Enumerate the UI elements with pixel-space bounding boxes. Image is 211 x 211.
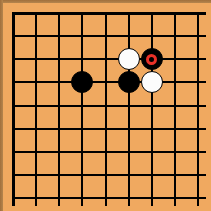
- board-edge-left: [0, 0, 3, 211]
- circle-marker-icon: [146, 54, 157, 65]
- grid-line-horizontal: [12, 174, 206, 176]
- grid-line-horizontal: [12, 128, 206, 130]
- grid-line-vertical: [128, 12, 130, 206]
- go-board-diagram: [0, 0, 211, 211]
- black-stone: [118, 71, 140, 93]
- grid-line-horizontal: [12, 81, 206, 83]
- grid-line-horizontal: [12, 12, 206, 15]
- grid-line-horizontal: [12, 105, 206, 107]
- grid-line-vertical: [151, 12, 153, 206]
- grid-line-vertical: [105, 12, 107, 206]
- grid-line-vertical: [81, 12, 83, 206]
- black-stone: [71, 71, 93, 93]
- grid-line-horizontal: [12, 58, 206, 60]
- grid-line-vertical: [197, 12, 199, 206]
- white-stone: [118, 48, 140, 70]
- board-edge-top: [0, 0, 211, 3]
- grid-line-horizontal: [12, 151, 206, 153]
- grid-line-vertical: [58, 12, 60, 206]
- white-stone: [141, 71, 163, 93]
- marked-black-stone: [141, 48, 163, 70]
- grid-line-horizontal: [12, 197, 206, 199]
- grid-line-horizontal: [12, 35, 206, 37]
- grid-line-vertical: [12, 12, 15, 206]
- grid-line-vertical: [174, 12, 176, 206]
- grid-line-vertical: [35, 12, 37, 206]
